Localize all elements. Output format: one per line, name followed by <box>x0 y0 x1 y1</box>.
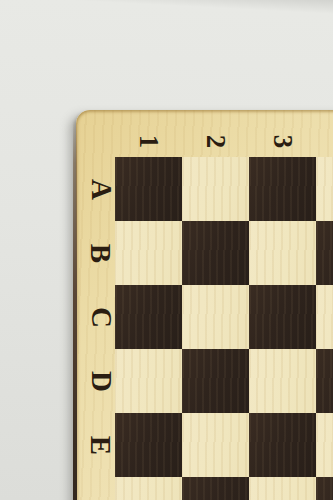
square-a4[interactable] <box>316 157 333 221</box>
row-label-d: D <box>86 371 115 392</box>
row-label-c: C <box>86 307 115 328</box>
square-f4[interactable] <box>316 477 333 500</box>
square-d4[interactable] <box>316 349 333 413</box>
square-c2[interactable] <box>182 285 249 349</box>
square-e1[interactable] <box>115 413 182 477</box>
column-label-1: 1 <box>135 134 162 148</box>
chess-board: 1 2 3 A B C D E <box>76 110 333 500</box>
row-label-cell: B <box>76 221 115 285</box>
square-c3[interactable] <box>249 285 316 349</box>
square-d2[interactable] <box>182 349 249 413</box>
row-label-cell: C <box>76 285 115 349</box>
row-label-cell: D <box>76 349 115 413</box>
column-label-3: 3 <box>269 134 296 148</box>
row-labels-band: A B C D E <box>76 157 115 477</box>
square-f1[interactable] <box>115 477 182 500</box>
column-label-cell: 1 <box>115 110 182 157</box>
chessboard-corner-photo: 1 2 3 A B C D E <box>0 0 333 500</box>
square-e3[interactable] <box>249 413 316 477</box>
row-label-e: E <box>87 435 116 454</box>
row-label-cell: E <box>76 413 115 477</box>
column-label-cell: 3 <box>249 110 316 157</box>
square-e4[interactable] <box>316 413 333 477</box>
square-d3[interactable] <box>249 349 316 413</box>
square-c1[interactable] <box>115 285 182 349</box>
squares-grid <box>115 157 333 500</box>
square-f3[interactable] <box>249 477 316 500</box>
row-label-cell: A <box>76 157 115 221</box>
square-f2[interactable] <box>182 477 249 500</box>
square-b1[interactable] <box>115 221 182 285</box>
square-a2[interactable] <box>182 157 249 221</box>
square-b3[interactable] <box>249 221 316 285</box>
square-a1[interactable] <box>115 157 182 221</box>
square-b2[interactable] <box>182 221 249 285</box>
row-label-a: A <box>86 179 115 200</box>
square-c4[interactable] <box>316 285 333 349</box>
row-label-b: B <box>87 243 116 262</box>
square-b4[interactable] <box>316 221 333 285</box>
column-labels-band: 1 2 3 <box>115 110 316 157</box>
square-a3[interactable] <box>249 157 316 221</box>
square-d1[interactable] <box>115 349 182 413</box>
square-e2[interactable] <box>182 413 249 477</box>
column-label-cell: 2 <box>182 110 249 157</box>
column-label-2: 2 <box>202 134 229 148</box>
